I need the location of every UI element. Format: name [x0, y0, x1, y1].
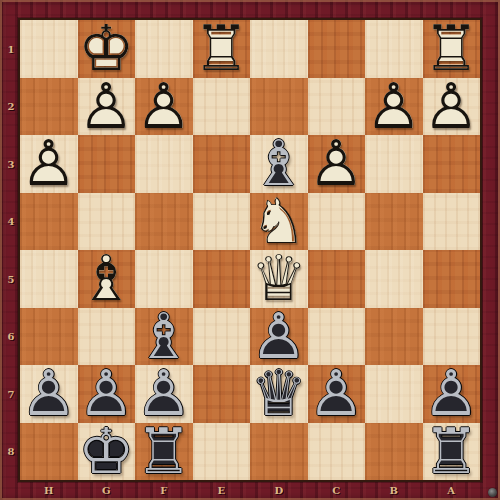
black-bishop-d3[interactable]: ♝♗ — [250, 135, 308, 193]
black-rook-a8[interactable]: ♜♖ — [423, 423, 481, 481]
square-c2[interactable] — [308, 78, 366, 136]
black-rook-glyph: ♜ — [135, 423, 193, 481]
black-king-glyph: ♚ — [78, 423, 136, 481]
square-d2[interactable] — [250, 78, 308, 136]
black-pawn-outline-glyph: ♙ — [423, 365, 481, 423]
square-c1[interactable] — [308, 20, 366, 78]
square-e2[interactable] — [193, 78, 251, 136]
chess-board[interactable]: ♚♔♜♖♜♖♟♙♟♙♟♙♟♙♟♙♝♗♟♙♞♘♝♗♛♕♝♗♟♙♟♙♟♙♟♙♛♕♟♙… — [20, 20, 480, 480]
white-pawn-outline-glyph: ♙ — [365, 78, 423, 136]
black-pawn-outline-glyph: ♙ — [250, 308, 308, 366]
black-bishop-outline-glyph: ♗ — [250, 135, 308, 193]
square-g8[interactable]: ♚♔ — [78, 423, 136, 481]
black-queen-d7[interactable]: ♛♕ — [250, 365, 308, 423]
square-g5[interactable]: ♝♗ — [78, 250, 136, 308]
black-bishop-outline-glyph: ♗ — [135, 308, 193, 366]
black-pawn-f7[interactable]: ♟♙ — [135, 365, 193, 423]
white-pawn-a2[interactable]: ♟♙ — [423, 78, 481, 136]
file-label-a: A — [447, 485, 455, 496]
square-e8[interactable] — [193, 423, 251, 481]
white-pawn-g2[interactable]: ♟♙ — [78, 78, 136, 136]
black-pawn-glyph: ♟ — [135, 365, 193, 423]
chess-board-frame: ♚♔♜♖♜♖♟♙♟♙♟♙♟♙♟♙♝♗♟♙♞♘♝♗♛♕♝♗♟♙♟♙♟♙♟♙♛♕♟♙… — [0, 0, 500, 500]
black-bishop-glyph: ♝ — [250, 135, 308, 193]
square-a8[interactable]: ♜♖ — [423, 423, 481, 481]
square-h1[interactable] — [20, 20, 78, 78]
file-label-f: F — [160, 485, 167, 496]
square-a7[interactable]: ♟♙ — [423, 365, 481, 423]
white-pawn-outline-glyph: ♙ — [135, 78, 193, 136]
square-e4[interactable] — [193, 193, 251, 251]
square-h5[interactable] — [20, 250, 78, 308]
square-a1[interactable]: ♜♖ — [423, 20, 481, 78]
square-b7[interactable] — [365, 365, 423, 423]
white-knight-outline-glyph: ♘ — [250, 193, 308, 251]
file-label-d: D — [274, 485, 283, 496]
square-d6[interactable]: ♟♙ — [250, 308, 308, 366]
rank-label-4: 4 — [8, 216, 15, 227]
file-label-b: B — [390, 485, 398, 496]
black-pawn-outline-glyph: ♙ — [308, 365, 366, 423]
black-queen-outline-glyph: ♕ — [250, 365, 308, 423]
rank-label-3: 3 — [8, 158, 15, 169]
black-pawn-d6[interactable]: ♟♙ — [250, 308, 308, 366]
rank-label-8: 8 — [8, 446, 15, 457]
rank-label-2: 2 — [8, 101, 15, 112]
rank-label-1: 1 — [8, 43, 15, 54]
square-g2[interactable]: ♟♙ — [78, 78, 136, 136]
black-pawn-outline-glyph: ♙ — [20, 365, 78, 423]
white-rook-glyph: ♜ — [193, 20, 251, 78]
square-f2[interactable]: ♟♙ — [135, 78, 193, 136]
black-king-outline-glyph: ♔ — [78, 423, 136, 481]
white-pawn-glyph: ♟ — [423, 78, 481, 136]
black-pawn-glyph: ♟ — [78, 365, 136, 423]
white-pawn-glyph: ♟ — [78, 78, 136, 136]
white-king-glyph: ♚ — [78, 20, 136, 78]
square-a6[interactable] — [423, 308, 481, 366]
square-h3[interactable]: ♟♙ — [20, 135, 78, 193]
square-b4[interactable] — [365, 193, 423, 251]
white-queen-outline-glyph: ♕ — [250, 250, 308, 308]
file-label-e: E — [217, 485, 225, 496]
white-pawn-glyph: ♟ — [20, 135, 78, 193]
white-pawn-glyph: ♟ — [308, 135, 366, 193]
black-rook-glyph: ♜ — [423, 423, 481, 481]
square-g6[interactable] — [78, 308, 136, 366]
square-g1[interactable]: ♚♔ — [78, 20, 136, 78]
white-rook-glyph: ♜ — [423, 20, 481, 78]
white-knight-glyph: ♞ — [250, 193, 308, 251]
white-pawn-h3[interactable]: ♟♙ — [20, 135, 78, 193]
square-h2[interactable] — [20, 78, 78, 136]
square-c4[interactable] — [308, 193, 366, 251]
square-d7[interactable]: ♛♕ — [250, 365, 308, 423]
white-bishop-glyph: ♝ — [78, 250, 136, 308]
black-pawn-g7[interactable]: ♟♙ — [78, 365, 136, 423]
rank-label-6: 6 — [8, 331, 15, 342]
file-label-h: H — [44, 485, 53, 496]
black-pawn-glyph: ♟ — [20, 365, 78, 423]
square-h8[interactable] — [20, 423, 78, 481]
white-pawn-outline-glyph: ♙ — [423, 78, 481, 136]
square-b2[interactable]: ♟♙ — [365, 78, 423, 136]
square-f4[interactable] — [135, 193, 193, 251]
square-d8[interactable] — [250, 423, 308, 481]
square-f5[interactable] — [135, 250, 193, 308]
black-rook-outline-glyph: ♖ — [135, 423, 193, 481]
square-f1[interactable] — [135, 20, 193, 78]
square-g3[interactable] — [78, 135, 136, 193]
white-pawn-b2[interactable]: ♟♙ — [365, 78, 423, 136]
square-c5[interactable] — [308, 250, 366, 308]
square-f3[interactable] — [135, 135, 193, 193]
black-pawn-h7[interactable]: ♟♙ — [20, 365, 78, 423]
square-h6[interactable] — [20, 308, 78, 366]
square-e6[interactable] — [193, 308, 251, 366]
black-king-g8[interactable]: ♚♔ — [78, 423, 136, 481]
white-pawn-f2[interactable]: ♟♙ — [135, 78, 193, 136]
square-h4[interactable] — [20, 193, 78, 251]
corner-dot — [488, 488, 497, 497]
square-d3[interactable]: ♝♗ — [250, 135, 308, 193]
square-c3[interactable]: ♟♙ — [308, 135, 366, 193]
square-d5[interactable]: ♛♕ — [250, 250, 308, 308]
white-rook-e1[interactable]: ♜♖ — [193, 20, 251, 78]
square-e7[interactable] — [193, 365, 251, 423]
square-g4[interactable] — [78, 193, 136, 251]
file-label-g: G — [102, 485, 111, 496]
white-pawn-outline-glyph: ♙ — [78, 78, 136, 136]
white-queen-d5[interactable]: ♛♕ — [250, 250, 308, 308]
square-c8[interactable] — [308, 423, 366, 481]
black-pawn-c7[interactable]: ♟♙ — [308, 365, 366, 423]
square-a3[interactable] — [423, 135, 481, 193]
black-rook-outline-glyph: ♖ — [423, 423, 481, 481]
white-knight-d4[interactable]: ♞♘ — [250, 193, 308, 251]
square-f8[interactable]: ♜♖ — [135, 423, 193, 481]
square-e3[interactable] — [193, 135, 251, 193]
black-pawn-outline-glyph: ♙ — [78, 365, 136, 423]
white-rook-a1[interactable]: ♜♖ — [423, 20, 481, 78]
square-d4[interactable]: ♞♘ — [250, 193, 308, 251]
square-a5[interactable] — [423, 250, 481, 308]
black-pawn-glyph: ♟ — [308, 365, 366, 423]
black-pawn-glyph: ♟ — [250, 308, 308, 366]
black-pawn-a7[interactable]: ♟♙ — [423, 365, 481, 423]
square-d1[interactable] — [250, 20, 308, 78]
square-c7[interactable]: ♟♙ — [308, 365, 366, 423]
white-bishop-g5[interactable]: ♝♗ — [78, 250, 136, 308]
file-label-c: C — [332, 485, 340, 496]
square-f6[interactable]: ♝♗ — [135, 308, 193, 366]
square-a4[interactable] — [423, 193, 481, 251]
square-b8[interactable] — [365, 423, 423, 481]
white-queen-glyph: ♛ — [250, 250, 308, 308]
square-b3[interactable] — [365, 135, 423, 193]
white-pawn-glyph: ♟ — [365, 78, 423, 136]
square-h7[interactable]: ♟♙ — [20, 365, 78, 423]
black-queen-glyph: ♛ — [250, 365, 308, 423]
square-f7[interactable]: ♟♙ — [135, 365, 193, 423]
black-rook-f8[interactable]: ♜♖ — [135, 423, 193, 481]
black-bishop-f6[interactable]: ♝♗ — [135, 308, 193, 366]
white-pawn-outline-glyph: ♙ — [20, 135, 78, 193]
black-pawn-glyph: ♟ — [423, 365, 481, 423]
white-rook-outline-glyph: ♖ — [423, 20, 481, 78]
square-b6[interactable] — [365, 308, 423, 366]
square-b1[interactable] — [365, 20, 423, 78]
white-king-outline-glyph: ♔ — [78, 20, 136, 78]
rank-label-7: 7 — [8, 388, 15, 399]
square-e5[interactable] — [193, 250, 251, 308]
white-bishop-outline-glyph: ♗ — [78, 250, 136, 308]
rank-label-5: 5 — [8, 273, 15, 284]
square-b5[interactable] — [365, 250, 423, 308]
square-c6[interactable] — [308, 308, 366, 366]
white-pawn-outline-glyph: ♙ — [308, 135, 366, 193]
square-g7[interactable]: ♟♙ — [78, 365, 136, 423]
black-pawn-outline-glyph: ♙ — [135, 365, 193, 423]
square-e1[interactable]: ♜♖ — [193, 20, 251, 78]
white-pawn-glyph: ♟ — [135, 78, 193, 136]
black-bishop-glyph: ♝ — [135, 308, 193, 366]
white-pawn-c3[interactable]: ♟♙ — [308, 135, 366, 193]
white-king-g1[interactable]: ♚♔ — [78, 20, 136, 78]
square-a2[interactable]: ♟♙ — [423, 78, 481, 136]
white-rook-outline-glyph: ♖ — [193, 20, 251, 78]
